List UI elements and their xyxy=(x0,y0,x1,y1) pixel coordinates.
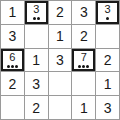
clue-value: 7 xyxy=(81,52,87,63)
cell-r5c3[interactable] xyxy=(49,96,72,119)
cell-value: 1 xyxy=(80,101,88,115)
cell-r2c5[interactable] xyxy=(96,25,119,48)
cell-value: 3 xyxy=(32,77,40,91)
cell-r1c5: 3 xyxy=(96,1,119,24)
clue-pips xyxy=(106,17,109,20)
pip-dot-icon xyxy=(15,65,18,68)
cell-r3c1: 6 xyxy=(1,49,24,72)
cell-r3c5: 2 xyxy=(96,49,119,72)
pip-dot-icon xyxy=(86,65,89,68)
clue-pips xyxy=(33,17,40,20)
cell-value: 3 xyxy=(9,29,17,43)
cell-r4c2: 3 xyxy=(25,72,48,95)
cell-r1c2: 3 xyxy=(25,1,48,24)
pip-dot-icon xyxy=(11,65,14,68)
cell-r5c5: 3 xyxy=(96,96,119,119)
cell-r2c4: 2 xyxy=(72,25,95,48)
cell-value: 1 xyxy=(32,53,40,67)
pip-dot-icon xyxy=(106,17,109,20)
cell-r3c2: 1 xyxy=(25,49,48,72)
cell-value: 1 xyxy=(56,29,64,43)
cell-r5c4: 1 xyxy=(72,96,95,119)
pip-dot-icon xyxy=(82,65,85,68)
clue-value: 3 xyxy=(33,4,39,15)
cell-r1c4: 3 xyxy=(72,1,95,24)
cell-value: 2 xyxy=(80,29,88,43)
cell-value: 2 xyxy=(9,77,17,91)
clue-pips xyxy=(78,65,89,68)
cell-r5c2: 2 xyxy=(25,96,48,119)
cell-value: 1 xyxy=(104,77,112,91)
cell-r3c4: 7 xyxy=(72,49,95,72)
cell-r4c5: 1 xyxy=(96,72,119,95)
cell-value: 2 xyxy=(56,5,64,19)
cell-value: 1 xyxy=(9,5,17,19)
cell-r2c1: 3 xyxy=(1,25,24,48)
cell-r1c1: 1 xyxy=(1,1,24,24)
cell-value: 2 xyxy=(104,53,112,67)
pip-dot-icon xyxy=(33,17,36,20)
cell-value: 3 xyxy=(80,5,88,19)
pip-dot-icon xyxy=(78,65,81,68)
cell-value: 2 xyxy=(32,101,40,115)
cell-value: 3 xyxy=(56,53,64,67)
cell-r2c3: 1 xyxy=(49,25,72,48)
cell-value: 3 xyxy=(104,101,112,115)
cell-r4c3[interactable] xyxy=(49,72,72,95)
cell-r2c2[interactable] xyxy=(25,25,48,48)
clue-value: 6 xyxy=(9,52,15,63)
cell-r3c3: 3 xyxy=(49,49,72,72)
cell-r4c1: 2 xyxy=(1,72,24,95)
cell-r4c4[interactable] xyxy=(72,72,95,95)
clue-pips xyxy=(7,65,18,68)
cell-r1c3: 2 xyxy=(49,1,72,24)
cell-r5c1[interactable] xyxy=(1,96,24,119)
clue-value: 3 xyxy=(105,4,111,15)
puzzle-board: 1323331261372231213 xyxy=(0,0,120,120)
pip-dot-icon xyxy=(37,17,40,20)
pip-dot-icon xyxy=(7,65,10,68)
